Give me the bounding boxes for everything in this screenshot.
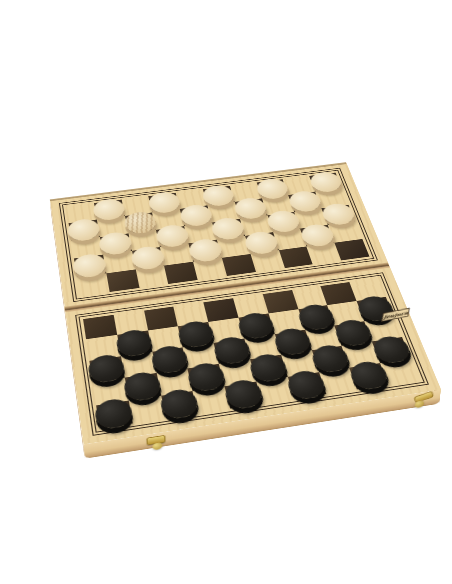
square-dark — [117, 331, 152, 356]
square-dark — [372, 337, 410, 363]
square-dark — [263, 290, 299, 314]
square-light — [135, 265, 168, 288]
square-dark — [250, 355, 287, 381]
square-dark — [298, 305, 335, 329]
square-dark — [164, 261, 198, 284]
square-light — [174, 302, 209, 326]
square-dark — [83, 315, 117, 340]
square-light — [193, 386, 231, 414]
square-dark — [89, 356, 124, 382]
square-dark — [275, 330, 312, 355]
product-photo-scene: Jeujura — [0, 0, 452, 584]
piece-dark — [211, 336, 252, 366]
square-light — [305, 325, 342, 350]
piece-dark — [236, 311, 276, 340]
piece-dark — [296, 303, 337, 332]
piece-dark — [248, 352, 290, 383]
square-dark — [152, 347, 188, 373]
piece-dark — [94, 397, 135, 431]
piece-dark — [370, 334, 413, 364]
square-light — [268, 310, 304, 334]
square-light — [380, 358, 419, 384]
square-dark — [96, 400, 133, 428]
square-light — [256, 377, 294, 404]
piece-dark — [332, 318, 374, 348]
square-light — [113, 311, 147, 335]
piece-dark — [347, 360, 391, 392]
square-dark — [106, 269, 139, 292]
square-light — [364, 317, 402, 342]
square-dark — [312, 346, 350, 372]
square-light — [219, 359, 256, 386]
square-dark — [335, 239, 370, 261]
square-light — [233, 294, 268, 318]
square-dark — [125, 373, 161, 400]
square-dark — [214, 338, 250, 364]
square-light — [328, 301, 365, 325]
square-dark — [239, 314, 275, 339]
piece-dark — [176, 320, 216, 350]
square-dark — [178, 322, 213, 347]
square-light — [77, 273, 110, 296]
square-light — [292, 286, 328, 309]
square-light — [121, 352, 157, 378]
square-light — [281, 350, 319, 376]
square-dark — [349, 363, 388, 390]
square-light — [183, 343, 219, 369]
square-light — [342, 342, 380, 368]
piece-dark — [150, 344, 190, 375]
square-dark — [357, 297, 394, 321]
draughts-folding-box: Jeujura — [50, 162, 441, 444]
square-dark — [144, 306, 179, 330]
brass-knob-right — [415, 400, 425, 408]
square-dark — [335, 321, 372, 346]
piece-dark — [87, 353, 126, 384]
square-light — [86, 335, 121, 360]
square-light — [129, 395, 166, 423]
brass-knob-left — [152, 442, 162, 450]
square-light — [319, 367, 358, 394]
piece-dark — [222, 378, 264, 411]
piece-dark — [285, 369, 328, 401]
square-dark — [225, 381, 263, 408]
piece-dark — [122, 370, 163, 402]
piece-dark — [158, 388, 200, 421]
square-light — [93, 378, 129, 405]
square-dark — [287, 372, 325, 399]
square-light — [209, 318, 245, 343]
square-light — [148, 326, 183, 351]
square-light — [244, 334, 281, 359]
square-dark — [204, 298, 239, 322]
square-light — [350, 278, 386, 301]
piece-dark — [309, 343, 352, 374]
piece-dark — [185, 361, 226, 393]
square-light — [156, 369, 193, 396]
piece-dark — [354, 295, 396, 323]
square-dark — [161, 391, 198, 419]
piece-dark — [272, 327, 314, 357]
square-dark — [188, 364, 225, 391]
piece-dark — [115, 328, 154, 358]
